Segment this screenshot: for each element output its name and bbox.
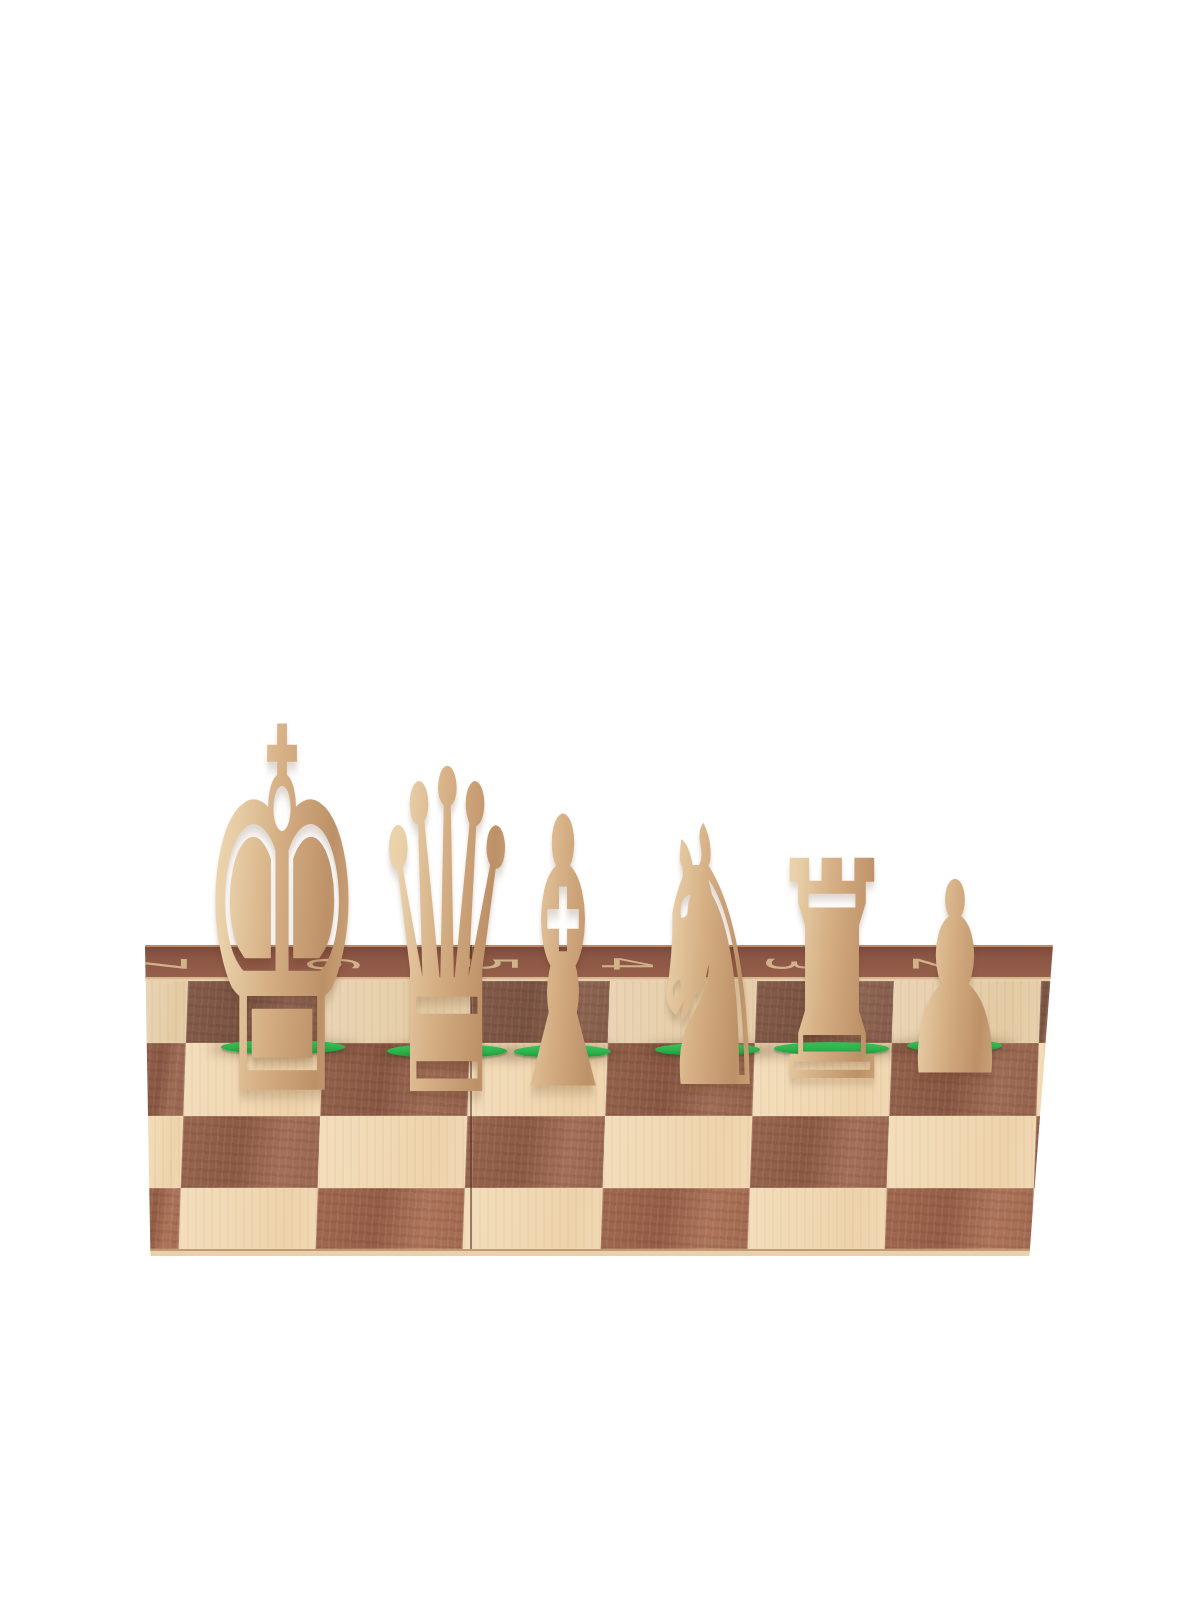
- board-square: [140, 1043, 186, 1116]
- board-square: [143, 981, 188, 1043]
- board-square: [885, 1188, 1034, 1249]
- king-glyph: ♚: [197, 667, 367, 1169]
- board-square: [1036, 1043, 1051, 1116]
- product-photo-page: 7 6 5 4 3 2: [0, 0, 1200, 1600]
- board-square: [1039, 981, 1053, 1043]
- board-square: [748, 1188, 887, 1249]
- rank-label-7: 7: [125, 954, 195, 975]
- board-square: [1032, 1188, 1046, 1249]
- bishop-glyph: ♝: [500, 772, 626, 1144]
- board-square: [136, 1188, 181, 1249]
- pawn-glyph: ♟: [899, 848, 1010, 1113]
- board-bottom-edge: [145, 1249, 1053, 1258]
- knight-glyph: ♞: [643, 780, 774, 1138]
- board-square: [138, 1116, 184, 1188]
- board-square: [1034, 1116, 1049, 1188]
- rook-glyph: ♜: [765, 823, 899, 1125]
- board-square: [601, 1188, 750, 1249]
